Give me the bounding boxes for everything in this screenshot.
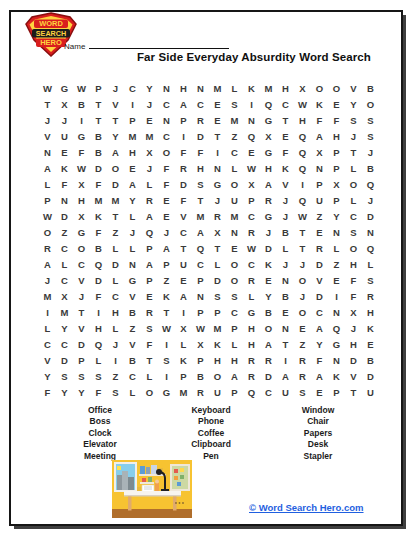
grid-cell: B [362,352,379,368]
word-list-item: Boss [83,416,117,427]
grid-cell: E [141,112,158,128]
grid-cell: V [39,352,56,368]
grid-cell: S [226,96,243,112]
word-list-item: Desk [302,439,335,450]
grid-cell: Q [362,240,379,256]
grid-cell: W [243,160,260,176]
grid-cell: F [175,144,192,160]
grid-cell: N [192,80,209,96]
grid-cell: G [158,384,175,400]
grid-cell: F [277,144,294,160]
grid-cell: T [209,128,226,144]
grid-cell: S [158,352,175,368]
grid-cell: J [141,96,158,112]
grid-cell: E [226,240,243,256]
grid-cell: R [243,272,260,288]
grid-cell: H [294,112,311,128]
word-list-item: Window [302,405,335,416]
grid-cell: F [141,336,158,352]
office-desk-illustration [112,460,192,518]
grid-cell: P [141,272,158,288]
grid-cell: J [124,224,141,240]
grid-cell: W [158,320,175,336]
grid-cell: P [158,256,175,272]
grid-cell: Y [345,96,362,112]
grid-cell: P [175,112,192,128]
grid-cell: F [39,384,56,400]
grid-cell: S [141,320,158,336]
grid-cell: A [311,320,328,336]
grid-cell: H [209,352,226,368]
grid-cell: L [107,240,124,256]
grid-cell: L [107,272,124,288]
grid-cell: Y [260,288,277,304]
grid-cell: F [192,144,209,160]
grid-cell: X [56,96,73,112]
grid-cell: O [226,256,243,272]
grid-cell: G [73,128,90,144]
grid-cell: B [362,80,379,96]
grid-cell: L [141,176,158,192]
grid-cell: Q [294,144,311,160]
word-list-item: Elevator [83,439,117,450]
logo-text-search: SEARCH [36,29,66,38]
grid-cell: M [56,304,73,320]
grid-cell: K [90,208,107,224]
grid-cell: O [158,144,175,160]
grid-cell: Z [124,320,141,336]
grid-cell: A [107,144,124,160]
grid-cell: J [362,144,379,160]
name-label: Name [64,42,85,51]
grid-cell: Z [56,224,73,240]
grid-cell: I [39,304,56,320]
grid-cell: L [90,352,107,368]
grid-cell: C [311,304,328,320]
word-list-column-3: WindowChairPapersDeskStapler [302,405,335,462]
grid-cell: N [226,224,243,240]
grid-cell: E [56,144,73,160]
grid-cell: K [243,80,260,96]
grid-cell: D [175,176,192,192]
grid-cell: H [345,336,362,352]
grid-cell: K [260,256,277,272]
grid-cell: D [90,272,107,288]
grid-cell: Y [56,384,73,400]
grid-cell: F [158,176,175,192]
grid-cell: Z [328,256,345,272]
grid-cell: Z [311,208,328,224]
grid-cell: G [124,272,141,288]
grid-cell: R [362,288,379,304]
grid-cell: A [124,176,141,192]
grid-cell: T [294,240,311,256]
grid-cell: R [294,352,311,368]
grid-cell: S [362,272,379,288]
grid-cell: Q [294,160,311,176]
grid-cell: B [277,224,294,240]
grid-cell: Z [294,336,311,352]
grid-cell: P [328,144,345,160]
grid-cell: R [260,192,277,208]
grid-cell: O [226,176,243,192]
grid-cell: J [345,128,362,144]
grid-cell: C [56,336,73,352]
grid-cell: Y [73,384,90,400]
grid-cell: B [124,352,141,368]
name-row: Name [64,39,229,51]
grid-cell: S [90,368,107,384]
grid-cell: E [209,112,226,128]
grid-cell: X [73,176,90,192]
grid-cell: L [56,256,73,272]
grid-cell: K [209,336,226,352]
grid-cell: L [243,288,260,304]
grid-cell: G [56,80,73,96]
grid-cell: F [73,144,90,160]
grid-cell: D [209,272,226,288]
grid-cell: H [243,336,260,352]
grid-cell: R [260,352,277,368]
grid-cell: C [260,384,277,400]
grid-cell: B [90,128,107,144]
grid-cell: G [260,112,277,128]
grid-cell: C [124,80,141,96]
grid-cell: F [90,176,107,192]
grid-cell: V [175,208,192,224]
grid-cell: Z [226,128,243,144]
grid-cell: Q [294,192,311,208]
grid-cell: C [345,208,362,224]
word-list-item: Clock [83,428,117,439]
grid-cell: M [175,384,192,400]
grid-cell: X [311,144,328,160]
grid-cell: Q [328,320,345,336]
grid-cell: A [260,336,277,352]
grid-cell: M [209,80,226,96]
word-list-item: Chair [302,416,335,427]
grid-cell: G [328,336,345,352]
grid-cell: C [107,288,124,304]
grid-cell: L [124,208,141,224]
grid-cell: J [294,256,311,272]
grid-cell: M [226,112,243,128]
grid-cell: E [260,272,277,288]
grid-cell: M [226,208,243,224]
grid-cell: D [107,256,124,272]
grid-cell: L [226,80,243,96]
grid-cell: M [90,192,107,208]
grid-cell: V [124,336,141,352]
grid-cell: J [294,288,311,304]
grid-cell: A [141,256,158,272]
grid-cell: X [294,80,311,96]
grid-cell: A [277,368,294,384]
grid-cell: J [209,192,226,208]
grid-cell: Y [311,336,328,352]
grid-cell: L [141,368,158,384]
grid-cell: V [107,96,124,112]
grid-cell: Y [56,320,73,336]
grid-cell: Q [90,256,107,272]
grid-cell: J [141,160,158,176]
grid-cell: E [209,96,226,112]
grid-cell: R [141,192,158,208]
grid-cell: T [90,112,107,128]
grid-cell: N [277,320,294,336]
grid-cell: A [260,176,277,192]
grid-cell: O [39,224,56,240]
logo-text-word: WORD [39,19,63,28]
word-search-grid: WGWPJCYNHNMLKMHXOOVBTXBTVIJCACESIQCWKEYO… [39,80,379,400]
grid-cell: P [141,240,158,256]
grid-cell: A [175,288,192,304]
grid-cell: L [277,240,294,256]
grid-cell: C [226,144,243,160]
grid-cell: C [277,96,294,112]
grid-cell: C [243,208,260,224]
grid-cell: A [311,128,328,144]
grid-cell: M [209,320,226,336]
grid-cell: I [107,352,124,368]
grid-cell: B [260,304,277,320]
grid-cell: H [124,144,141,160]
grid-cell: I [158,336,175,352]
grid-cell: J [107,336,124,352]
grid-cell: L [124,240,141,256]
grid-cell: N [243,112,260,128]
grid-cell: R [192,384,209,400]
grid-cell: V [345,368,362,384]
grid-cell: S [345,224,362,240]
grid-cell: R [311,240,328,256]
grid-cell: S [209,288,226,304]
grid-cell: N [39,144,56,160]
grid-cell: W [73,80,90,96]
grid-cell: P [226,320,243,336]
grid-cell: M [124,128,141,144]
grid-cell: A [175,96,192,112]
grid-cell: P [209,304,226,320]
grid-cell: O [328,80,345,96]
grid-cell: O [73,240,90,256]
grid-cell: X [209,224,226,240]
grid-cell: U [277,384,294,400]
grid-cell: U [209,384,226,400]
word-list-item: Coffee [191,428,231,439]
grid-cell: X [260,128,277,144]
grid-cell: D [362,208,379,224]
grid-cell: D [345,352,362,368]
grid-cell: X [73,208,90,224]
grid-cell: L [226,160,243,176]
grid-cell: E [328,96,345,112]
grid-cell: C [192,96,209,112]
grid-cell: I [328,288,345,304]
grid-cell: N [328,224,345,240]
grid-cell: I [175,128,192,144]
grid-cell: Q [243,128,260,144]
grid-cell: L [362,256,379,272]
grid-cell: D [90,160,107,176]
grid-cell: F [90,384,107,400]
grid-cell: Y [141,80,158,96]
grid-cell: O [294,272,311,288]
grid-cell: F [158,160,175,176]
grid-cell: I [175,304,192,320]
grid-cell: E [294,320,311,336]
grid-cell: U [311,192,328,208]
grid-cell: Y [328,208,345,224]
grid-cell: O [260,320,277,336]
grid-cell: N [311,160,328,176]
grid-cell: A [39,256,56,272]
grid-cell: I [277,352,294,368]
grid-cell: S [226,288,243,304]
grid-cell: G [260,144,277,160]
grid-cell: W [39,208,56,224]
grid-cell: W [39,80,56,96]
grid-cell: L [124,384,141,400]
word-search-hero-link[interactable]: © Word Search Hero.com [249,502,364,513]
grid-cell: D [260,368,277,384]
grid-cell: P [328,160,345,176]
grid-cell: T [158,304,175,320]
grid-cell: U [226,192,243,208]
grid-cell: P [243,192,260,208]
grid-cell: B [73,96,90,112]
grid-cell: T [294,224,311,240]
grid-cell: R [294,368,311,384]
grid-cell: T [73,304,90,320]
grid-cell: E [277,304,294,320]
grid-cell: H [243,320,260,336]
grid-cell: P [226,384,243,400]
grid-cell: Q [260,96,277,112]
grid-cell: C [124,368,141,384]
grid-cell: O [345,240,362,256]
grid-cell: H [192,160,209,176]
grid-cell: J [277,208,294,224]
grid-cell: K [328,368,345,384]
grid-cell: C [158,96,175,112]
grid-cell: D [56,208,73,224]
worksheet-page: WORD SEARCH HERO Name Far Side Everyday … [9,10,403,526]
grid-cell: X [56,288,73,304]
grid-cell: N [158,80,175,96]
grid-cell: T [107,208,124,224]
grid-cell: R [175,160,192,176]
grid-cell: N [124,256,141,272]
grid-cell: V [311,272,328,288]
grid-cell: R [243,224,260,240]
grid-cell: N [158,112,175,128]
grid-cell: E [158,208,175,224]
bulletin-board-graphic [171,465,189,490]
grid-cell: M [141,128,158,144]
grid-cell: P [90,80,107,96]
grid-cell: G [209,176,226,192]
grid-cell: E [243,144,260,160]
grid-cell: P [192,272,209,288]
grid-cell: P [73,352,90,368]
grid-cell: T [345,144,362,160]
grid-cell: H [73,192,90,208]
grid-cell: T [277,336,294,352]
grid-cell: S [294,384,311,400]
word-list-item: Office [83,405,117,416]
grid-cell: N [192,288,209,304]
grid-cell: T [175,240,192,256]
grid-cell: D [362,368,379,384]
grid-cell: R [141,304,158,320]
grid-cell: I [90,304,107,320]
grid-cell: R [243,368,260,384]
grid-cell: J [107,80,124,96]
grid-cell: T [107,112,124,128]
grid-cell: M [107,192,124,208]
grid-cell: C [243,256,260,272]
grid-cell: N [362,224,379,240]
grid-cell: B [362,160,379,176]
grid-cell: I [124,96,141,112]
grid-cell: P [192,304,209,320]
grid-cell: L [345,160,362,176]
grid-cell: B [90,240,107,256]
grid-cell: J [56,112,73,128]
grid-cell: H [226,352,243,368]
grid-cell: M [192,208,209,224]
grid-cell: E [362,336,379,352]
grid-cell: F [90,224,107,240]
grid-cell: X [141,144,158,160]
illustration-floor [112,509,192,518]
grid-cell: L [345,192,362,208]
grid-cell: Y [124,192,141,208]
grid-cell: L [175,336,192,352]
grid-cell: R [39,240,56,256]
grid-cell: O [107,160,124,176]
grid-cell: V [73,320,90,336]
grid-cell: W [294,208,311,224]
grid-cell: R [209,208,226,224]
word-list-item: Papers [302,428,335,439]
grid-cell: P [124,112,141,128]
grid-cell: S [192,176,209,192]
grid-cell: D [311,256,328,272]
grid-cell: P [175,368,192,384]
grid-cell: Q [192,240,209,256]
grid-cell: F [90,288,107,304]
grid-cell: H [260,160,277,176]
grid-cell: U [175,256,192,272]
grid-cell: A [158,240,175,256]
grid-cell: L [39,320,56,336]
word-list-item: Stapler [302,451,335,462]
grid-cell: S [362,112,379,128]
grid-cell: S [56,368,73,384]
grid-cell: J [158,224,175,240]
grid-cell: Z [107,224,124,240]
grid-cell: A [226,368,243,384]
grid-cell: O [311,80,328,96]
grid-cell: B [90,144,107,160]
grid-cell: A [141,208,158,224]
grid-cell: J [345,320,362,336]
grid-cell: L [107,320,124,336]
grid-cell: S [345,112,362,128]
grid-cell: N [328,304,345,320]
